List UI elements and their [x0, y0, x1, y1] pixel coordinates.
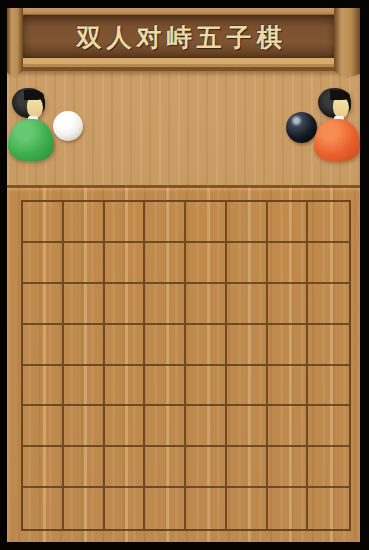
board-cell[interactable] — [145, 366, 186, 407]
board-cell[interactable] — [23, 366, 64, 407]
board-cell[interactable] — [105, 243, 146, 284]
shirt-icon — [314, 119, 360, 161]
board-cell[interactable] — [145, 488, 186, 529]
board-cell[interactable] — [23, 488, 64, 529]
board-cell[interactable] — [268, 243, 309, 284]
board-cell[interactable] — [186, 284, 227, 325]
board-cell[interactable] — [145, 325, 186, 366]
board-cell[interactable] — [227, 284, 268, 325]
board-cell[interactable] — [227, 202, 268, 243]
board-cell[interactable] — [268, 488, 309, 529]
board-cell[interactable] — [64, 243, 105, 284]
wood-background: 双人对峙五子棋 — [7, 8, 360, 542]
player-right-avatar — [314, 88, 360, 164]
board-cell[interactable] — [23, 202, 64, 243]
player-left-avatar — [8, 88, 54, 164]
board-cell[interactable] — [64, 366, 105, 407]
plaque-ledge — [7, 58, 360, 71]
board-cell[interactable] — [186, 447, 227, 488]
board-cell[interactable] — [64, 325, 105, 366]
title-plaque: 双人对峙五子棋 — [7, 8, 360, 84]
board-cell[interactable] — [105, 284, 146, 325]
game-board — [7, 185, 360, 542]
board-cell[interactable] — [23, 243, 64, 284]
board-cell[interactable] — [105, 406, 146, 447]
board-cell[interactable] — [186, 366, 227, 407]
board-cell[interactable] — [64, 488, 105, 529]
board-cell[interactable] — [308, 488, 349, 529]
white-stone-icon — [53, 111, 83, 141]
board-cell[interactable] — [64, 284, 105, 325]
board-cell[interactable] — [145, 202, 186, 243]
board-cell[interactable] — [308, 325, 349, 366]
board-cell[interactable] — [227, 366, 268, 407]
board-cell[interactable] — [308, 243, 349, 284]
board-cell[interactable] — [308, 284, 349, 325]
board-cell[interactable] — [105, 325, 146, 366]
board-cell[interactable] — [64, 202, 105, 243]
board-cell[interactable] — [23, 325, 64, 366]
board-cell[interactable] — [268, 406, 309, 447]
board-cell[interactable] — [64, 447, 105, 488]
game-title: 双人对峙五子棋 — [72, 25, 287, 50]
app-window: 双人对峙五子棋 — [0, 0, 369, 550]
board-cell[interactable] — [186, 243, 227, 284]
board-cell[interactable] — [268, 202, 309, 243]
board-cell[interactable] — [186, 406, 227, 447]
board-cell[interactable] — [227, 447, 268, 488]
hair-fringe-icon — [24, 90, 44, 100]
board-cell[interactable] — [308, 447, 349, 488]
board-cell[interactable] — [268, 325, 309, 366]
board-cell[interactable] — [145, 406, 186, 447]
board-cell[interactable] — [23, 406, 64, 447]
plaque-panel: 双人对峙五子棋 — [22, 14, 336, 60]
board-cell[interactable] — [186, 202, 227, 243]
board-cell[interactable] — [145, 447, 186, 488]
board-cell[interactable] — [105, 488, 146, 529]
board-cell[interactable] — [186, 488, 227, 529]
hair-fringe-icon — [330, 90, 350, 100]
board-cell[interactable] — [23, 284, 64, 325]
board-cell[interactable] — [268, 284, 309, 325]
board-cell[interactable] — [308, 406, 349, 447]
black-stone-icon — [286, 112, 317, 143]
board-cell[interactable] — [23, 447, 64, 488]
board-cell[interactable] — [145, 243, 186, 284]
board-cell[interactable] — [105, 447, 146, 488]
board-cell[interactable] — [268, 447, 309, 488]
board-cell[interactable] — [105, 366, 146, 407]
plaque-right-post — [334, 8, 360, 78]
board-cell[interactable] — [145, 284, 186, 325]
board-cell[interactable] — [308, 202, 349, 243]
board-cell[interactable] — [227, 325, 268, 366]
board-cell[interactable] — [227, 406, 268, 447]
board-grid[interactable] — [21, 200, 351, 531]
plaque-left-post — [7, 8, 23, 78]
board-cell[interactable] — [308, 366, 349, 407]
board-cell[interactable] — [227, 243, 268, 284]
shirt-icon — [8, 119, 54, 161]
board-cell[interactable] — [105, 202, 146, 243]
board-cell[interactable] — [64, 406, 105, 447]
board-cell[interactable] — [227, 488, 268, 529]
board-cell[interactable] — [268, 366, 309, 407]
board-cell[interactable] — [186, 325, 227, 366]
